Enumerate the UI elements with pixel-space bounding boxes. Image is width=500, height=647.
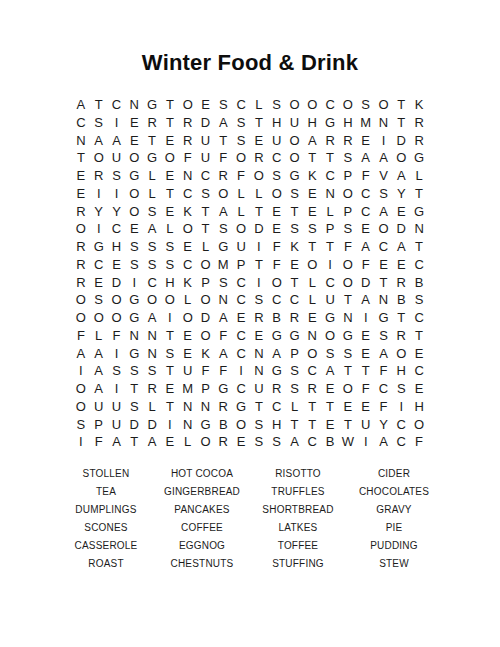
grid-cell-r9c11: I xyxy=(250,238,268,256)
grid-cell-r1c3: C xyxy=(108,96,126,114)
grid-cell-r20c19: C xyxy=(392,433,410,451)
word-list-item: STEW xyxy=(346,554,442,572)
grid-cell-r18c8: N xyxy=(197,398,215,416)
grid-cell-r9c7: E xyxy=(179,238,197,256)
grid-cell-r8c4: E xyxy=(125,220,143,238)
grid-cell-r3c18: I xyxy=(375,132,393,150)
grid-cell-r5c4: G xyxy=(125,167,143,185)
word-list-item: GINGERBREAD xyxy=(154,482,250,500)
grid-cell-r9c18: C xyxy=(375,238,393,256)
grid-cell-r4c20: G xyxy=(410,149,428,167)
grid-cell-r10c18: E xyxy=(375,256,393,274)
grid-cell-r12c4: G xyxy=(125,291,143,309)
grid-cell-r1c14: O xyxy=(303,96,321,114)
grid-cell-r13c6: I xyxy=(161,309,179,327)
grid-cell-r16c18: F xyxy=(375,362,393,380)
grid-cell-r16c15: A xyxy=(321,362,339,380)
grid-cell-r11c3: D xyxy=(108,274,126,292)
grid-cell-r6c2: I xyxy=(90,185,108,203)
grid-cell-r1c2: T xyxy=(90,96,108,114)
word-list-item: CIDER xyxy=(346,464,442,482)
grid-cell-r16c9: F xyxy=(214,362,232,380)
grid-cell-r8c7: O xyxy=(179,220,197,238)
grid-cell-r3c5: T xyxy=(143,132,161,150)
grid-cell-r14c4: N xyxy=(125,327,143,345)
grid-cell-r5c9: R xyxy=(214,167,232,185)
grid-cell-r16c12: G xyxy=(268,362,286,380)
grid-cell-r14c9: F xyxy=(214,327,232,345)
grid-cell-r2c11: T xyxy=(250,114,268,132)
grid-cell-r16c2: A xyxy=(90,362,108,380)
word-list-item: SCONES xyxy=(58,518,154,536)
grid-cell-r10c13: E xyxy=(286,256,304,274)
grid-cell-r16c6: T xyxy=(161,362,179,380)
grid-cell-r13c14: E xyxy=(303,309,321,327)
grid-cell-r6c15: N xyxy=(321,185,339,203)
grid-cell-r17c16: O xyxy=(339,380,357,398)
grid-cell-r6c5: L xyxy=(143,185,161,203)
grid-cell-r6c17: C xyxy=(357,185,375,203)
grid-cell-r16c7: U xyxy=(179,362,197,380)
grid-cell-r19c19: C xyxy=(392,416,410,434)
grid-cell-r5c8: C xyxy=(197,167,215,185)
grid-cell-r11c13: T xyxy=(286,274,304,292)
grid-cell-r8c12: E xyxy=(268,220,286,238)
grid-cell-r13c5: A xyxy=(143,309,161,327)
grid-cell-r9c12: F xyxy=(268,238,286,256)
grid-cell-r11c19: R xyxy=(392,274,410,292)
grid-cell-r15c15: S xyxy=(321,345,339,363)
word-search-grid: ATCNGTOESCLSOOCOSOTKCSIERTRDASTHUHGHMNTR… xyxy=(72,96,428,451)
grid-cell-r1c7: O xyxy=(179,96,197,114)
grid-cell-r14c17: E xyxy=(357,327,375,345)
grid-cell-r4c11: R xyxy=(250,149,268,167)
grid-cell-r18c19: I xyxy=(392,398,410,416)
grid-cell-r6c20: T xyxy=(410,185,428,203)
grid-cell-r13c1: O xyxy=(72,309,90,327)
grid-cell-r15c3: I xyxy=(108,345,126,363)
grid-cell-r16c1: I xyxy=(72,362,90,380)
grid-cell-r15c16: S xyxy=(339,345,357,363)
grid-cell-r16c19: H xyxy=(392,362,410,380)
grid-cell-r20c14: C xyxy=(303,433,321,451)
grid-cell-r5c3: S xyxy=(108,167,126,185)
word-list-item: GRAVY xyxy=(346,500,442,518)
grid-cell-r2c12: H xyxy=(268,114,286,132)
grid-cell-r1c9: S xyxy=(214,96,232,114)
grid-cell-r17c5: R xyxy=(143,380,161,398)
grid-cell-r4c13: O xyxy=(286,149,304,167)
grid-cell-r20c7: L xyxy=(179,433,197,451)
grid-cell-r2c6: T xyxy=(161,114,179,132)
grid-cell-r3c3: A xyxy=(108,132,126,150)
grid-cell-r11c4: I xyxy=(125,274,143,292)
grid-cell-r20c12: S xyxy=(268,433,286,451)
grid-cell-r2c9: A xyxy=(214,114,232,132)
grid-cell-r15c1: A xyxy=(72,345,90,363)
grid-cell-r12c18: N xyxy=(375,291,393,309)
grid-cell-r2c3: I xyxy=(108,114,126,132)
grid-cell-r8c18: O xyxy=(375,220,393,238)
grid-cell-r2c5: R xyxy=(143,114,161,132)
grid-cell-r13c3: O xyxy=(108,309,126,327)
grid-cell-r20c9: R xyxy=(214,433,232,451)
grid-cell-r8c6: L xyxy=(161,220,179,238)
grid-cell-r2c18: N xyxy=(375,114,393,132)
grid-cell-r20c10: E xyxy=(232,433,250,451)
grid-cell-r7c14: E xyxy=(303,203,321,221)
grid-cell-r7c12: E xyxy=(268,203,286,221)
grid-cell-r12c6: O xyxy=(161,291,179,309)
grid-cell-r3c12: U xyxy=(268,132,286,150)
grid-cell-r11c9: S xyxy=(214,274,232,292)
grid-cell-r8c3: C xyxy=(108,220,126,238)
grid-cell-r8c11: D xyxy=(250,220,268,238)
grid-cell-r5c5: L xyxy=(143,167,161,185)
grid-cell-r7c18: A xyxy=(375,203,393,221)
grid-cell-r12c1: O xyxy=(72,291,90,309)
grid-cell-r12c11: S xyxy=(250,291,268,309)
word-search-page: Winter Food & Drink ATCNGTOESCLSOOCOSOTK… xyxy=(0,0,500,647)
grid-cell-r3c19: D xyxy=(392,132,410,150)
grid-cell-r5c18: V xyxy=(375,167,393,185)
grid-cell-r13c20: C xyxy=(410,309,428,327)
grid-cell-r3c4: E xyxy=(125,132,143,150)
grid-cell-r14c3: F xyxy=(108,327,126,345)
grid-cell-r10c9: M xyxy=(214,256,232,274)
grid-cell-r13c19: T xyxy=(392,309,410,327)
grid-cell-r9c2: G xyxy=(90,238,108,256)
grid-cell-r16c10: I xyxy=(232,362,250,380)
grid-cell-r19c12: H xyxy=(268,416,286,434)
grid-cell-r12c16: T xyxy=(339,291,357,309)
grid-cell-r15c11: N xyxy=(250,345,268,363)
grid-cell-r6c8: S xyxy=(197,185,215,203)
grid-cell-r12c12: C xyxy=(268,291,286,309)
grid-cell-r7c4: O xyxy=(125,203,143,221)
word-list-item: STOLLEN xyxy=(58,464,154,482)
grid-cell-r3c14: A xyxy=(303,132,321,150)
grid-cell-r12c7: L xyxy=(179,291,197,309)
grid-cell-r7c19: E xyxy=(392,203,410,221)
grid-cell-r19c8: G xyxy=(197,416,215,434)
grid-cell-r15c14: O xyxy=(303,345,321,363)
word-list-item: HOT COCOA xyxy=(154,464,250,482)
grid-cell-r10c3: E xyxy=(108,256,126,274)
grid-cell-r18c1: O xyxy=(72,398,90,416)
grid-cell-r14c18: S xyxy=(375,327,393,345)
grid-cell-r5c2: R xyxy=(90,167,108,185)
grid-cell-r19c20: O xyxy=(410,416,428,434)
grid-cell-r19c4: D xyxy=(125,416,143,434)
grid-cell-r5c11: O xyxy=(250,167,268,185)
grid-cell-r15c18: A xyxy=(375,345,393,363)
grid-cell-r1c10: C xyxy=(232,96,250,114)
grid-cell-r8c14: S xyxy=(303,220,321,238)
grid-cell-r15c9: A xyxy=(214,345,232,363)
grid-cell-r17c3: I xyxy=(108,380,126,398)
grid-cell-r12c15: U xyxy=(321,291,339,309)
grid-cell-r14c15: O xyxy=(321,327,339,345)
grid-cell-r1c18: O xyxy=(375,96,393,114)
grid-cell-r5c19: A xyxy=(392,167,410,185)
grid-cell-r7c3: Y xyxy=(108,203,126,221)
page-title: Winter Food & Drink xyxy=(0,0,500,76)
grid-cell-r13c18: G xyxy=(375,309,393,327)
grid-cell-r20c11: S xyxy=(250,433,268,451)
grid-cell-r5c12: S xyxy=(268,167,286,185)
grid-cell-r5c15: C xyxy=(321,167,339,185)
word-list-item: ROAST xyxy=(58,554,154,572)
grid-cell-r16c5: S xyxy=(143,362,161,380)
grid-cell-r9c19: A xyxy=(392,238,410,256)
grid-cell-r19c7: N xyxy=(179,416,197,434)
word-list-item: LATKES xyxy=(250,518,346,536)
grid-cell-r15c6: S xyxy=(161,345,179,363)
grid-cell-r16c20: C xyxy=(410,362,428,380)
grid-cell-r4c8: U xyxy=(197,149,215,167)
grid-cell-r8c8: T xyxy=(197,220,215,238)
grid-cell-r3c6: E xyxy=(161,132,179,150)
grid-cell-r20c5: A xyxy=(143,433,161,451)
grid-cell-r1c16: O xyxy=(339,96,357,114)
grid-cell-r17c9: G xyxy=(214,380,232,398)
grid-cell-r8c9: S xyxy=(214,220,232,238)
word-list-item: PANCAKES xyxy=(154,500,250,518)
grid-cell-r13c2: O xyxy=(90,309,108,327)
grid-cell-r6c3: I xyxy=(108,185,126,203)
grid-cell-r13c9: A xyxy=(214,309,232,327)
grid-cell-r19c15: E xyxy=(321,416,339,434)
grid-cell-r5c6: E xyxy=(161,167,179,185)
grid-cell-r6c11: L xyxy=(250,185,268,203)
grid-cell-r8c17: E xyxy=(357,220,375,238)
grid-cell-r11c12: O xyxy=(268,274,286,292)
grid-cell-r12c14: L xyxy=(303,291,321,309)
word-list-item: PUDDING xyxy=(346,536,442,554)
grid-cell-r3c15: R xyxy=(321,132,339,150)
grid-cell-r17c12: R xyxy=(268,380,286,398)
grid-cell-r16c17: T xyxy=(357,362,375,380)
grid-cell-r6c6: T xyxy=(161,185,179,203)
grid-cell-r9c13: K xyxy=(286,238,304,256)
grid-cell-r19c6: I xyxy=(161,416,179,434)
grid-cell-r9c14: T xyxy=(303,238,321,256)
grid-cell-r5c16: P xyxy=(339,167,357,185)
word-list-item: CHOCOLATES xyxy=(346,482,442,500)
grid-cell-r1c1: A xyxy=(72,96,90,114)
grid-cell-r3c1: N xyxy=(72,132,90,150)
grid-cell-r15c2: A xyxy=(90,345,108,363)
grid-cell-r2c10: S xyxy=(232,114,250,132)
grid-cell-r1c13: O xyxy=(286,96,304,114)
grid-cell-r11c18: T xyxy=(375,274,393,292)
grid-cell-r15c10: C xyxy=(232,345,250,363)
grid-cell-r2c17: M xyxy=(357,114,375,132)
grid-cell-r8c16: S xyxy=(339,220,357,238)
grid-cell-r11c11: I xyxy=(250,274,268,292)
grid-cell-r6c1: E xyxy=(72,185,90,203)
grid-cell-r18c5: L xyxy=(143,398,161,416)
grid-cell-r9c15: T xyxy=(321,238,339,256)
grid-cell-r2c20: R xyxy=(410,114,428,132)
grid-cell-r20c13: A xyxy=(286,433,304,451)
grid-cell-r1c15: C xyxy=(321,96,339,114)
grid-cell-r8c19: D xyxy=(392,220,410,238)
grid-cell-r15c5: N xyxy=(143,345,161,363)
grid-cell-r13c10: E xyxy=(232,309,250,327)
grid-cell-r6c16: O xyxy=(339,185,357,203)
grid-cell-r15c8: K xyxy=(197,345,215,363)
grid-cell-r13c8: D xyxy=(197,309,215,327)
word-list-item: TRUFFLES xyxy=(250,482,346,500)
grid-cell-r11c17: D xyxy=(357,274,375,292)
grid-cell-r11c8: P xyxy=(197,274,215,292)
grid-cell-r13c13: R xyxy=(286,309,304,327)
grid-cell-r9c1: R xyxy=(72,238,90,256)
grid-cell-r11c6: H xyxy=(161,274,179,292)
grid-cell-r11c20: B xyxy=(410,274,428,292)
grid-cell-r18c14: T xyxy=(303,398,321,416)
grid-cell-r20c3: A xyxy=(108,433,126,451)
grid-cell-r18c6: T xyxy=(161,398,179,416)
grid-cell-r13c15: G xyxy=(321,309,339,327)
grid-cell-r14c1: F xyxy=(72,327,90,345)
grid-cell-r7c15: L xyxy=(321,203,339,221)
grid-cell-r4c1: T xyxy=(72,149,90,167)
grid-cell-r19c14: T xyxy=(303,416,321,434)
grid-cell-r19c9: B xyxy=(214,416,232,434)
grid-cell-r10c14: O xyxy=(303,256,321,274)
grid-cell-r18c2: U xyxy=(90,398,108,416)
grid-cell-r6c10: L xyxy=(232,185,250,203)
grid-cell-r7c13: T xyxy=(286,203,304,221)
grid-cell-r10c11: T xyxy=(250,256,268,274)
grid-cell-r10c5: S xyxy=(143,256,161,274)
word-list-item: CHESTNUTS xyxy=(154,554,250,572)
grid-cell-r12c20: S xyxy=(410,291,428,309)
grid-cell-r1c11: L xyxy=(250,96,268,114)
grid-cell-r3c13: O xyxy=(286,132,304,150)
grid-cell-r7c11: T xyxy=(250,203,268,221)
grid-cell-r20c18: A xyxy=(375,433,393,451)
grid-cell-r12c3: O xyxy=(108,291,126,309)
grid-cell-r17c6: E xyxy=(161,380,179,398)
grid-cell-r7c6: E xyxy=(161,203,179,221)
word-list-item: EGGNOG xyxy=(154,536,250,554)
word-list: STOLLENHOT COCOARISOTTOCIDERTEAGINGERBRE… xyxy=(58,464,442,572)
grid-cell-r3c7: R xyxy=(179,132,197,150)
grid-cell-r17c10: C xyxy=(232,380,250,398)
grid-cell-r10c7: C xyxy=(179,256,197,274)
grid-cell-r9c17: A xyxy=(357,238,375,256)
word-list-item: COFFEE xyxy=(154,518,250,536)
grid-cell-r7c17: C xyxy=(357,203,375,221)
grid-cell-r5c17: F xyxy=(357,167,375,185)
grid-cell-r1c5: G xyxy=(143,96,161,114)
grid-cell-r18c20: H xyxy=(410,398,428,416)
grid-cell-r14c10: C xyxy=(232,327,250,345)
grid-cell-r15c4: G xyxy=(125,345,143,363)
grid-cell-r12c5: O xyxy=(143,291,161,309)
grid-cell-r1c20: K xyxy=(410,96,428,114)
grid-cell-r3c20: R xyxy=(410,132,428,150)
grid-cell-r8c1: O xyxy=(72,220,90,238)
grid-cell-r9c9: G xyxy=(214,238,232,256)
word-list-item: CASSEROLE xyxy=(58,536,154,554)
grid-cell-r20c16: W xyxy=(339,433,357,451)
grid-cell-r10c4: S xyxy=(125,256,143,274)
grid-cell-r5c10: F xyxy=(232,167,250,185)
grid-cell-r19c18: Y xyxy=(375,416,393,434)
grid-cell-r10c19: E xyxy=(392,256,410,274)
grid-cell-r11c1: R xyxy=(72,274,90,292)
grid-cell-r14c20: T xyxy=(410,327,428,345)
grid-cell-r10c2: C xyxy=(90,256,108,274)
grid-cell-r14c7: E xyxy=(179,327,197,345)
grid-cell-r20c6: E xyxy=(161,433,179,451)
grid-cell-r17c15: E xyxy=(321,380,339,398)
word-list-item: RISOTTO xyxy=(250,464,346,482)
grid-cell-r20c4: T xyxy=(125,433,143,451)
grid-cell-r7c16: P xyxy=(339,203,357,221)
grid-cell-r14c16: G xyxy=(339,327,357,345)
grid-cell-r16c14: C xyxy=(303,362,321,380)
grid-cell-r3c2: A xyxy=(90,132,108,150)
grid-cell-r4c6: O xyxy=(161,149,179,167)
grid-cell-r2c7: R xyxy=(179,114,197,132)
grid-cell-r18c7: N xyxy=(179,398,197,416)
grid-cell-r10c20: C xyxy=(410,256,428,274)
grid-cell-r12c13: C xyxy=(286,291,304,309)
grid-cell-r9c6: S xyxy=(161,238,179,256)
grid-cell-r18c4: S xyxy=(125,398,143,416)
grid-cell-r6c19: Y xyxy=(392,185,410,203)
grid-cell-r18c12: C xyxy=(268,398,286,416)
grid-cell-r13c11: R xyxy=(250,309,268,327)
grid-cell-r3c9: T xyxy=(214,132,232,150)
grid-cell-r15c20: E xyxy=(410,345,428,363)
grid-cell-r16c8: F xyxy=(197,362,215,380)
grid-cell-r12c10: C xyxy=(232,291,250,309)
grid-cell-r13c7: O xyxy=(179,309,197,327)
grid-cell-r10c10: P xyxy=(232,256,250,274)
grid-cell-r9c20: T xyxy=(410,238,428,256)
grid-cell-r11c2: E xyxy=(90,274,108,292)
grid-cell-r17c18: C xyxy=(375,380,393,398)
grid-cell-r16c3: S xyxy=(108,362,126,380)
grid-cell-r10c16: O xyxy=(339,256,357,274)
grid-cell-r14c6: T xyxy=(161,327,179,345)
grid-cell-r5c1: E xyxy=(72,167,90,185)
grid-cell-r19c13: T xyxy=(286,416,304,434)
grid-cell-r9c4: S xyxy=(125,238,143,256)
grid-cell-r17c20: E xyxy=(410,380,428,398)
grid-cell-r8c10: O xyxy=(232,220,250,238)
grid-cell-r1c6: T xyxy=(161,96,179,114)
grid-cell-r12c8: O xyxy=(197,291,215,309)
grid-cell-r10c12: F xyxy=(268,256,286,274)
grid-cell-r3c17: E xyxy=(357,132,375,150)
grid-cell-r7c2: Y xyxy=(90,203,108,221)
grid-cell-r20c2: F xyxy=(90,433,108,451)
grid-cell-r14c19: R xyxy=(392,327,410,345)
grid-cell-r2c8: D xyxy=(197,114,215,132)
grid-cell-r4c16: S xyxy=(339,149,357,167)
grid-cell-r7c10: L xyxy=(232,203,250,221)
grid-cell-r1c8: E xyxy=(197,96,215,114)
grid-cell-r10c6: S xyxy=(161,256,179,274)
